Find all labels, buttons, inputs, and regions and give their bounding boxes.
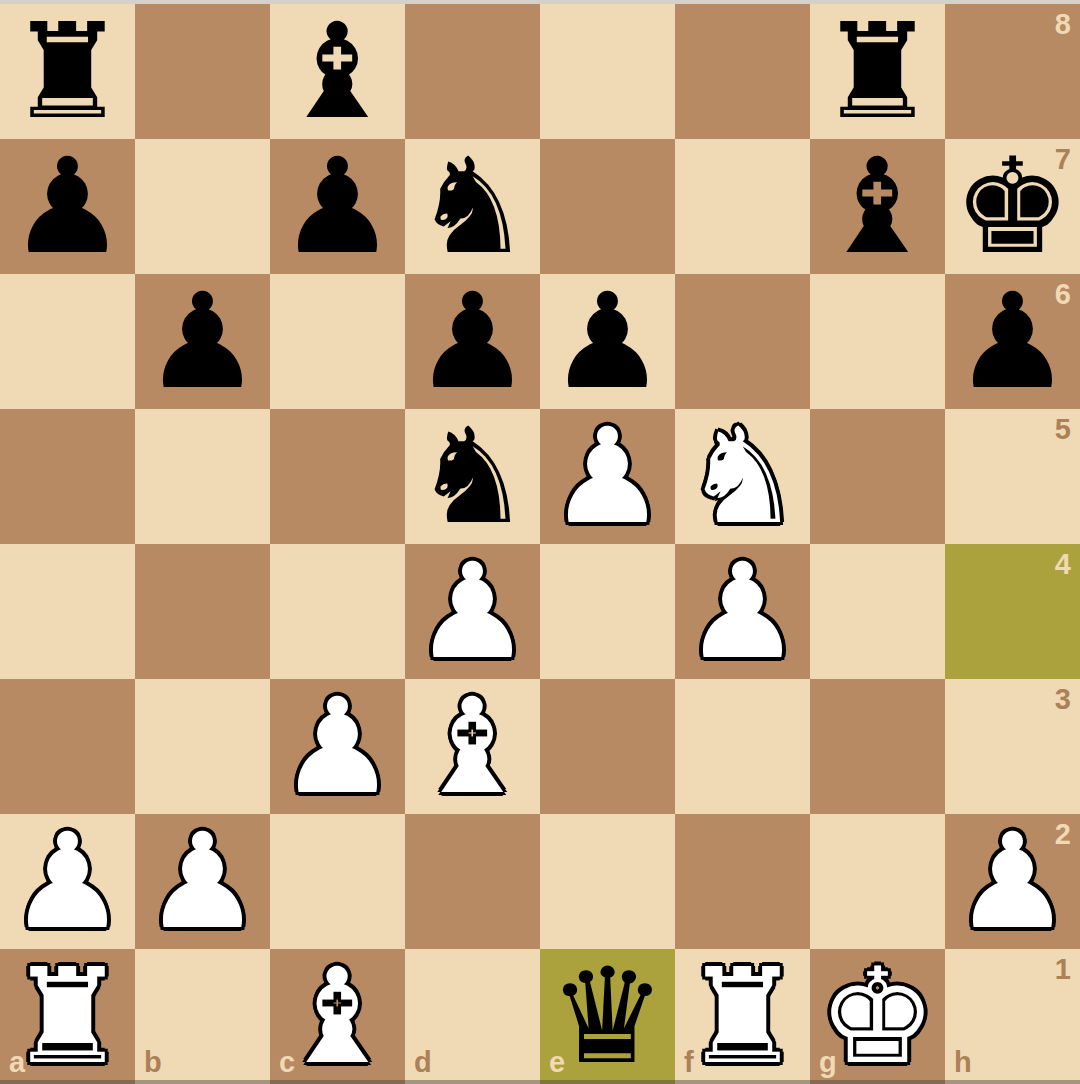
square-c4[interactable] (270, 544, 405, 679)
square-b5[interactable] (135, 409, 270, 544)
square-g2[interactable] (810, 814, 945, 949)
square-h2[interactable]: 2♟ (945, 814, 1080, 949)
square-e3[interactable] (540, 679, 675, 814)
square-a1[interactable]: a♜ (0, 949, 135, 1084)
square-e6[interactable]: ♟ (540, 274, 675, 409)
square-b1[interactable]: b (135, 949, 270, 1084)
square-c8[interactable]: ♝ (270, 4, 405, 139)
white-rook[interactable]: ♜ (683, 949, 801, 1084)
white-rook[interactable]: ♜ (8, 949, 126, 1084)
square-a2[interactable]: ♟ (0, 814, 135, 949)
black-pawn[interactable]: ♟ (143, 274, 261, 409)
chess-board: ♜♝♜8♟♟♞♝7♚♟♟♟6♟♞♟♞5♟♟4♟♝3♟♟2♟a♜bc♝de♛f♜g… (0, 4, 1080, 1084)
black-bishop[interactable]: ♝ (818, 139, 936, 274)
square-g6[interactable] (810, 274, 945, 409)
white-pawn[interactable]: ♟ (8, 814, 126, 949)
black-pawn[interactable]: ♟ (548, 274, 666, 409)
rank-label-3: 3 (1055, 683, 1071, 716)
black-pawn[interactable]: ♟ (413, 274, 531, 409)
square-f6[interactable] (675, 274, 810, 409)
white-pawn[interactable]: ♟ (413, 544, 531, 679)
square-a8[interactable]: ♜ (0, 4, 135, 139)
square-d1[interactable]: d (405, 949, 540, 1084)
black-king[interactable]: ♚ (953, 139, 1071, 274)
square-c5[interactable] (270, 409, 405, 544)
black-knight[interactable]: ♞ (413, 139, 531, 274)
square-h1[interactable]: 1h (945, 949, 1080, 1084)
square-f5[interactable]: ♞ (675, 409, 810, 544)
rank-label-8: 8 (1055, 8, 1071, 41)
black-pawn[interactable]: ♟ (8, 139, 126, 274)
black-rook[interactable]: ♜ (8, 4, 126, 139)
file-label-h: h (954, 1046, 972, 1079)
black-knight[interactable]: ♞ (413, 409, 531, 544)
square-g5[interactable] (810, 409, 945, 544)
white-knight[interactable]: ♞ (683, 409, 801, 544)
square-d2[interactable] (405, 814, 540, 949)
square-c6[interactable] (270, 274, 405, 409)
square-b7[interactable] (135, 139, 270, 274)
file-label-d: d (414, 1046, 432, 1079)
black-bishop[interactable]: ♝ (278, 4, 396, 139)
black-pawn[interactable]: ♟ (953, 274, 1071, 409)
black-queen[interactable]: ♛ (548, 949, 666, 1084)
file-label-b: b (144, 1046, 162, 1079)
square-h7[interactable]: 7♚ (945, 139, 1080, 274)
square-g1[interactable]: g♚ (810, 949, 945, 1084)
square-c7[interactable]: ♟ (270, 139, 405, 274)
white-king[interactable]: ♚ (818, 949, 936, 1084)
square-e2[interactable] (540, 814, 675, 949)
square-f8[interactable] (675, 4, 810, 139)
square-c2[interactable] (270, 814, 405, 949)
square-d5[interactable]: ♞ (405, 409, 540, 544)
square-e8[interactable] (540, 4, 675, 139)
square-d4[interactable]: ♟ (405, 544, 540, 679)
square-e7[interactable] (540, 139, 675, 274)
square-g8[interactable]: ♜ (810, 4, 945, 139)
square-g7[interactable]: ♝ (810, 139, 945, 274)
square-h6[interactable]: 6♟ (945, 274, 1080, 409)
black-rook[interactable]: ♜ (818, 4, 936, 139)
square-f3[interactable] (675, 679, 810, 814)
square-f4[interactable]: ♟ (675, 544, 810, 679)
square-a3[interactable] (0, 679, 135, 814)
square-e1[interactable]: e♛ (540, 949, 675, 1084)
square-g3[interactable] (810, 679, 945, 814)
square-b8[interactable] (135, 4, 270, 139)
white-pawn[interactable]: ♟ (278, 679, 396, 814)
square-d8[interactable] (405, 4, 540, 139)
square-d3[interactable]: ♝ (405, 679, 540, 814)
square-a4[interactable] (0, 544, 135, 679)
square-b2[interactable]: ♟ (135, 814, 270, 949)
square-f2[interactable] (675, 814, 810, 949)
square-h4[interactable]: 4 (945, 544, 1080, 679)
square-e5[interactable]: ♟ (540, 409, 675, 544)
square-c3[interactable]: ♟ (270, 679, 405, 814)
square-h3[interactable]: 3 (945, 679, 1080, 814)
white-pawn[interactable]: ♟ (953, 814, 1071, 949)
rank-label-4: 4 (1055, 548, 1071, 581)
square-h8[interactable]: 8 (945, 4, 1080, 139)
square-a7[interactable]: ♟ (0, 139, 135, 274)
square-e4[interactable] (540, 544, 675, 679)
square-c1[interactable]: c♝ (270, 949, 405, 1084)
square-f1[interactable]: f♜ (675, 949, 810, 1084)
white-pawn[interactable]: ♟ (683, 544, 801, 679)
square-b4[interactable] (135, 544, 270, 679)
square-a6[interactable] (0, 274, 135, 409)
white-pawn[interactable]: ♟ (548, 409, 666, 544)
white-bishop[interactable]: ♝ (413, 679, 531, 814)
square-f7[interactable] (675, 139, 810, 274)
white-pawn[interactable]: ♟ (143, 814, 261, 949)
square-h5[interactable]: 5 (945, 409, 1080, 544)
white-bishop[interactable]: ♝ (278, 949, 396, 1084)
square-a5[interactable] (0, 409, 135, 544)
square-g4[interactable] (810, 544, 945, 679)
square-d7[interactable]: ♞ (405, 139, 540, 274)
black-pawn[interactable]: ♟ (278, 139, 396, 274)
square-b6[interactable]: ♟ (135, 274, 270, 409)
square-d6[interactable]: ♟ (405, 274, 540, 409)
square-b3[interactable] (135, 679, 270, 814)
